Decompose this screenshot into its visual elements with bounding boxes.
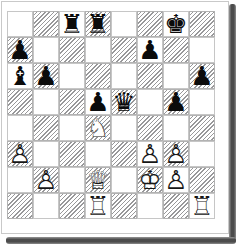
square-f5 — [137, 89, 163, 115]
piece-black-pawn: ♟ — [189, 63, 215, 89]
square-a2 — [7, 167, 33, 193]
drop-shadow-right — [229, 4, 236, 240]
square-c1 — [59, 193, 85, 219]
square-a3: ♟♙ — [7, 141, 33, 167]
piece-white-queen: ♛♕ — [85, 167, 111, 193]
piece-black-bishop: ♝ — [7, 63, 33, 89]
square-d4: ♞♘ — [85, 115, 111, 141]
square-e1 — [111, 193, 137, 219]
square-b7 — [33, 37, 59, 63]
square-f7: ♟ — [137, 37, 163, 63]
square-h8 — [189, 11, 215, 37]
square-h5 — [189, 89, 215, 115]
square-h1: ♜♖ — [189, 193, 215, 219]
piece-black-queen: ♛ — [111, 89, 137, 115]
square-h2 — [189, 167, 215, 193]
square-h4 — [189, 115, 215, 141]
square-c7 — [59, 37, 85, 63]
blog-image-container: ♜♜♚♟♟♝♟♟♟♛♟♞♘♟♙♟♙♟♙♟♙♛♕♚♔♟♙♜♖♜♖ — [0, 0, 239, 244]
piece-black-pawn: ♟ — [137, 37, 163, 63]
square-b5 — [33, 89, 59, 115]
piece-white-pawn: ♟♙ — [163, 141, 189, 167]
square-b3 — [33, 141, 59, 167]
piece-black-pawn: ♟ — [7, 37, 33, 63]
square-b2: ♟♙ — [33, 167, 59, 193]
square-a4 — [7, 115, 33, 141]
square-e5: ♛ — [111, 89, 137, 115]
piece-black-pawn: ♟ — [163, 89, 189, 115]
square-g4 — [163, 115, 189, 141]
square-g8: ♚ — [163, 11, 189, 37]
chess-board[interactable]: ♜♜♚♟♟♝♟♟♟♛♟♞♘♟♙♟♙♟♙♟♙♛♕♚♔♟♙♜♖♜♖ — [7, 11, 215, 219]
square-f2: ♚♔ — [137, 167, 163, 193]
square-c4 — [59, 115, 85, 141]
piece-white-pawn: ♟♙ — [137, 141, 163, 167]
square-e3 — [111, 141, 137, 167]
piece-black-pawn: ♟ — [33, 63, 59, 89]
square-e2 — [111, 167, 137, 193]
square-a1 — [7, 193, 33, 219]
square-a7: ♟ — [7, 37, 33, 63]
square-g3: ♟♙ — [163, 141, 189, 167]
square-b4 — [33, 115, 59, 141]
square-d1: ♜♖ — [85, 193, 111, 219]
square-b6: ♟ — [33, 63, 59, 89]
piece-black-king: ♚ — [163, 11, 189, 37]
square-h6: ♟ — [189, 63, 215, 89]
square-d2: ♛♕ — [85, 167, 111, 193]
square-c3 — [59, 141, 85, 167]
piece-white-king: ♚♔ — [137, 167, 163, 193]
square-e6 — [111, 63, 137, 89]
square-g2: ♟♙ — [163, 167, 189, 193]
piece-white-rook: ♜♖ — [189, 193, 215, 219]
piece-white-rook: ♜♖ — [85, 193, 111, 219]
square-b1 — [33, 193, 59, 219]
square-d3 — [85, 141, 111, 167]
piece-white-pawn: ♟♙ — [33, 167, 59, 193]
square-e4 — [111, 115, 137, 141]
drop-shadow-bottom — [6, 237, 236, 244]
square-c5 — [59, 89, 85, 115]
piece-black-pawn: ♟ — [85, 89, 111, 115]
square-a5 — [7, 89, 33, 115]
square-c2 — [59, 167, 85, 193]
square-c6 — [59, 63, 85, 89]
square-f8 — [137, 11, 163, 37]
piece-white-knight: ♞♘ — [85, 115, 111, 141]
square-h3 — [189, 141, 215, 167]
square-d8: ♜ — [85, 11, 111, 37]
piece-black-rook: ♜ — [59, 11, 85, 37]
square-d5: ♟ — [85, 89, 111, 115]
square-f1 — [137, 193, 163, 219]
square-e8 — [111, 11, 137, 37]
square-g6 — [163, 63, 189, 89]
square-g1 — [163, 193, 189, 219]
square-e7 — [111, 37, 137, 63]
piece-white-pawn: ♟♙ — [163, 167, 189, 193]
square-f3: ♟♙ — [137, 141, 163, 167]
square-h7 — [189, 37, 215, 63]
square-a6: ♝ — [7, 63, 33, 89]
square-g7 — [163, 37, 189, 63]
square-c8: ♜ — [59, 11, 85, 37]
square-b8 — [33, 11, 59, 37]
square-d6 — [85, 63, 111, 89]
square-g5: ♟ — [163, 89, 189, 115]
piece-white-pawn: ♟♙ — [7, 141, 33, 167]
square-f6 — [137, 63, 163, 89]
square-a8 — [7, 11, 33, 37]
piece-black-rook: ♜ — [85, 11, 111, 37]
square-f4 — [137, 115, 163, 141]
square-d7 — [85, 37, 111, 63]
